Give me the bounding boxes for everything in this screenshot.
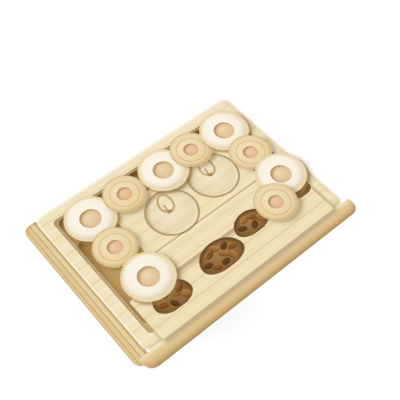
- treat-kibble: [208, 245, 218, 251]
- product-photo-stage: [0, 0, 400, 400]
